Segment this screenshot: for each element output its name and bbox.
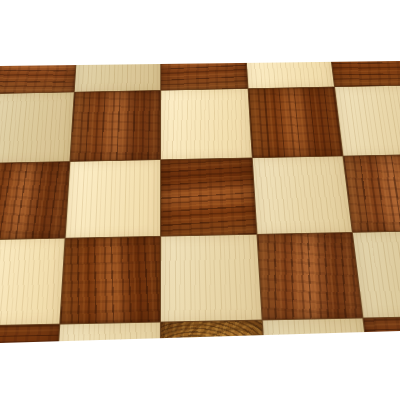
chessboard — [0, 21, 400, 400]
board-square — [335, 86, 400, 156]
board-square — [257, 233, 362, 319]
board-square — [252, 157, 351, 235]
board-square — [0, 239, 65, 325]
board-photo-crop — [0, 0, 400, 400]
board-square — [343, 155, 400, 233]
board-square — [71, 91, 161, 162]
board-square — [75, 28, 161, 92]
board-square — [244, 24, 334, 88]
board-square — [161, 320, 267, 400]
board-square — [161, 158, 256, 236]
board-square — [162, 26, 248, 90]
board-square — [0, 93, 74, 164]
board-square — [363, 316, 400, 400]
board-square — [66, 160, 161, 238]
board-square — [248, 87, 342, 157]
board-square — [61, 237, 161, 323]
board-square — [161, 235, 261, 321]
board-square — [0, 29, 78, 93]
board-square — [0, 324, 60, 400]
perspective-scene — [0, 0, 400, 400]
board-square — [55, 322, 161, 400]
product-photo — [0, 0, 400, 400]
board-square — [0, 162, 70, 240]
board-square — [161, 89, 251, 159]
board-square — [327, 23, 400, 87]
board-square — [262, 318, 373, 400]
